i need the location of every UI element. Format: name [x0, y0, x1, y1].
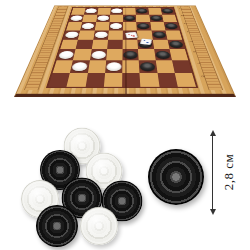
board-square: [76, 39, 93, 49]
white-checker: [106, 62, 121, 71]
black-checker: [161, 9, 173, 14]
board-square: [136, 15, 150, 23]
black-checker: [168, 41, 183, 48]
die-1: [125, 32, 138, 38]
edge-marking: 8: [200, 75, 207, 80]
checkers-board: 12345678: [14, 5, 236, 97]
board-square: [78, 30, 94, 39]
edge-marking: 7: [196, 63, 203, 67]
white-checker: [85, 9, 97, 14]
board-square: [109, 15, 123, 23]
black-checker: [140, 62, 156, 71]
edge-marking: 4: [186, 31, 191, 34]
die-2: [140, 38, 152, 45]
white-checker: [72, 62, 89, 71]
board-square: [139, 61, 157, 73]
black-checker: [137, 23, 150, 29]
measure-arrow: [212, 136, 213, 209]
board-square: [167, 39, 185, 49]
board-grid: [46, 7, 198, 88]
die-pip: [144, 40, 146, 41]
board-square: [94, 22, 109, 30]
board-square: [163, 22, 179, 30]
board-square: [109, 22, 123, 30]
edge-marking: 2: [180, 15, 185, 17]
board-square: [96, 15, 110, 23]
die-pip: [133, 36, 135, 37]
board-square: [82, 15, 97, 23]
measured-black-checker: [148, 149, 204, 205]
loose-black-checker: [36, 205, 78, 247]
board-square: [160, 8, 174, 15]
black-checker: [155, 51, 171, 59]
white-checker: [58, 51, 74, 59]
board-square: [93, 30, 109, 39]
board-square: [172, 61, 192, 73]
board-square: [165, 30, 182, 39]
black-checker: [150, 16, 163, 21]
board-square: [107, 39, 123, 49]
board-square: [110, 8, 123, 15]
board-square: [73, 49, 91, 60]
edge-marking: 5: [189, 41, 195, 44]
board-square: [108, 30, 123, 39]
board-square: [136, 22, 151, 30]
measure-label: 2,8 см: [221, 135, 237, 209]
board-square: [87, 61, 105, 73]
black-checker: [165, 23, 179, 29]
board-square: [169, 49, 188, 60]
board-square: [90, 49, 107, 60]
board-square: [175, 73, 196, 87]
board-square: [105, 61, 123, 73]
white-checker: [91, 51, 106, 59]
black-checker: [136, 9, 148, 14]
edge-marking: 3: [183, 23, 188, 26]
edge-marking: 6: [192, 51, 198, 55]
board-square: [104, 73, 123, 87]
board-square: [91, 39, 108, 49]
board-square: [85, 73, 105, 87]
board-square: [97, 8, 111, 15]
board-square: [162, 15, 177, 23]
edge-marking: 1: [178, 8, 183, 10]
board-square: [140, 73, 159, 87]
product-photo: 12345678 2,8 см: [0, 0, 250, 250]
white-checker: [65, 32, 80, 38]
white-checker: [111, 9, 122, 14]
white-checker: [94, 32, 108, 38]
white-checker: [70, 16, 83, 21]
black-checker: [152, 32, 166, 38]
white-checker: [97, 16, 109, 21]
board-square: [106, 49, 123, 60]
die-pip: [146, 42, 148, 43]
board-square: [67, 73, 88, 87]
board-square: [70, 61, 89, 73]
white-checker: [110, 23, 123, 29]
white-checker: [81, 23, 94, 29]
board-square: [138, 49, 155, 60]
loose-white-checker: [80, 207, 118, 245]
board-square: [80, 22, 96, 30]
board-square: [135, 8, 148, 15]
